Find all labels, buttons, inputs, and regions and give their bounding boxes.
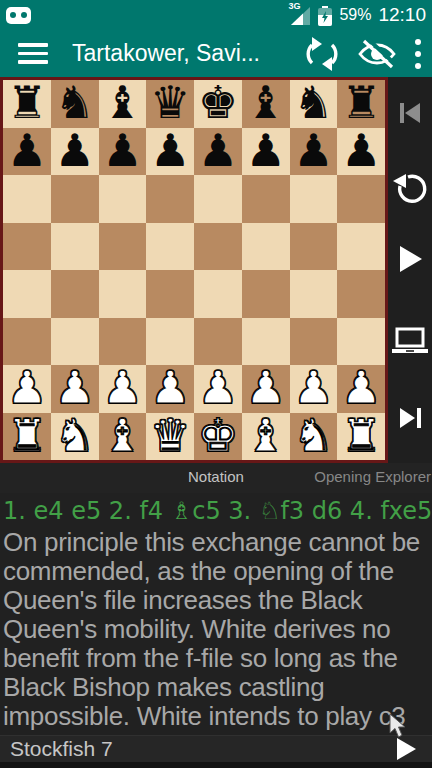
- square-e1[interactable]: ♚: [194, 413, 242, 461]
- skip-to-start-button[interactable]: [388, 99, 432, 127]
- skip-to-end-button[interactable]: [388, 404, 432, 432]
- undo-move-button[interactable]: [388, 169, 432, 209]
- square-h6[interactable]: [337, 175, 385, 223]
- square-a7[interactable]: ♟: [3, 128, 51, 176]
- network-type-label: 3G: [288, 1, 300, 11]
- piece-black-bishop: ♝: [102, 80, 142, 125]
- screen-bottom-strip: [0, 762, 432, 768]
- battery-icon: [318, 6, 332, 26]
- square-h2[interactable]: ♟: [337, 365, 385, 413]
- piece-black-bishop: ♝: [245, 80, 285, 125]
- square-c5[interactable]: [99, 223, 147, 271]
- piece-white-pawn: ♟: [245, 365, 285, 410]
- square-b5[interactable]: [51, 223, 99, 271]
- square-b3[interactable]: [51, 318, 99, 366]
- square-a4[interactable]: [3, 270, 51, 318]
- square-h8[interactable]: ♜: [337, 80, 385, 128]
- square-f5[interactable]: [242, 223, 290, 271]
- square-e2[interactable]: ♟: [194, 365, 242, 413]
- piece-white-bishop: ♝: [245, 413, 285, 458]
- square-b2[interactable]: ♟: [51, 365, 99, 413]
- square-d8[interactable]: ♛: [146, 80, 194, 128]
- piece-white-pawn: ♟: [150, 365, 190, 410]
- square-g3[interactable]: [290, 318, 338, 366]
- square-e6[interactable]: [194, 175, 242, 223]
- square-e8[interactable]: ♚: [194, 80, 242, 128]
- piece-black-pawn: ♟: [245, 128, 285, 173]
- piece-white-bishop: ♝: [102, 413, 142, 458]
- square-g1[interactable]: ♞: [290, 413, 338, 461]
- engine-bar: Stockfish 7: [0, 735, 432, 762]
- hide-pieces-eye-icon[interactable]: [357, 37, 397, 71]
- square-d5[interactable]: [146, 223, 194, 271]
- square-a8[interactable]: ♜: [3, 80, 51, 128]
- piece-black-rook: ♜: [7, 80, 47, 125]
- square-d1[interactable]: ♛: [146, 413, 194, 461]
- square-b4[interactable]: [51, 270, 99, 318]
- square-b8[interactable]: ♞: [51, 80, 99, 128]
- square-g8[interactable]: ♞: [290, 80, 338, 128]
- piece-white-pawn: ♟: [293, 365, 333, 410]
- square-h5[interactable]: [337, 223, 385, 271]
- piece-black-knight: ♞: [293, 80, 333, 125]
- piece-black-king: ♚: [198, 80, 238, 125]
- square-h3[interactable]: [337, 318, 385, 366]
- square-c1[interactable]: ♝: [99, 413, 147, 461]
- piece-white-rook: ♜: [341, 413, 381, 458]
- piece-black-queen: ♛: [150, 80, 190, 125]
- app-bar: Tartakower, Savi...: [0, 30, 432, 77]
- square-a3[interactable]: [3, 318, 51, 366]
- cyanogenmod-robot-icon: [6, 7, 31, 24]
- square-a6[interactable]: [3, 175, 51, 223]
- piece-white-king: ♚: [198, 413, 238, 458]
- piece-white-knight: ♞: [54, 413, 94, 458]
- piece-black-pawn: ♟: [7, 128, 47, 173]
- play-forward-button[interactable]: [388, 244, 432, 274]
- piece-black-pawn: ♟: [150, 128, 190, 173]
- mouse-cursor: [389, 714, 409, 742]
- overflow-menu-icon[interactable]: [414, 37, 422, 71]
- piece-black-pawn: ♟: [102, 128, 142, 173]
- square-g2[interactable]: ♟: [290, 365, 338, 413]
- battery-percent: 59%: [339, 6, 371, 24]
- square-b7[interactable]: ♟: [51, 128, 99, 176]
- square-f1[interactable]: ♝: [242, 413, 290, 461]
- annotation-text: On principle this exchange cannot be com…: [3, 528, 429, 737]
- square-f7[interactable]: ♟: [242, 128, 290, 176]
- square-g7[interactable]: ♟: [290, 128, 338, 176]
- square-h7[interactable]: ♟: [337, 128, 385, 176]
- square-e5[interactable]: [194, 223, 242, 271]
- piece-white-pawn: ♟: [7, 365, 47, 410]
- square-d4[interactable]: [146, 270, 194, 318]
- square-c8[interactable]: ♝: [99, 80, 147, 128]
- square-c3[interactable]: [99, 318, 147, 366]
- square-d7[interactable]: ♟: [146, 128, 194, 176]
- square-h1[interactable]: ♜: [337, 413, 385, 461]
- square-c4[interactable]: [99, 270, 147, 318]
- hamburger-menu-icon[interactable]: [18, 43, 48, 64]
- square-f4[interactable]: [242, 270, 290, 318]
- chess-board[interactable]: ♜♞♝♛♚♝♞♜♟♟♟♟♟♟♟♟♟♟♟♟♟♟♟♟♜♞♝♛♚♝♞♜: [0, 77, 388, 463]
- square-g6[interactable]: [290, 175, 338, 223]
- piece-black-knight: ♞: [54, 80, 94, 125]
- page-title: Tartakower, Savi...: [72, 40, 260, 67]
- square-d3[interactable]: [146, 318, 194, 366]
- piece-white-pawn: ♟: [198, 365, 238, 410]
- square-b1[interactable]: ♞: [51, 413, 99, 461]
- piece-white-pawn: ♟: [102, 365, 142, 410]
- tab-bar: Notation Opening Explorer: [0, 463, 432, 493]
- square-d6[interactable]: [146, 175, 194, 223]
- piece-white-knight: ♞: [293, 413, 333, 458]
- piece-black-pawn: ♟: [54, 128, 94, 173]
- square-c6[interactable]: [99, 175, 147, 223]
- square-a5[interactable]: [3, 223, 51, 271]
- cell-signal-icon: 3G: [289, 4, 311, 26]
- tab-notation[interactable]: Notation: [188, 468, 244, 485]
- square-e7[interactable]: ♟: [194, 128, 242, 176]
- square-e3[interactable]: [194, 318, 242, 366]
- square-d2[interactable]: ♟: [146, 365, 194, 413]
- notation-panel: 1. e4 e5 2. f4 ♗c5 3. ♘f3 d6 4. fxe5 On …: [0, 493, 432, 737]
- square-b6[interactable]: [51, 175, 99, 223]
- square-f6[interactable]: [242, 175, 290, 223]
- square-h4[interactable]: [337, 270, 385, 318]
- piece-white-pawn: ♟: [341, 365, 381, 410]
- piece-white-queen: ♛: [150, 413, 190, 458]
- piece-black-pawn: ♟: [341, 128, 381, 173]
- tab-opening-explorer[interactable]: Opening Explorer: [314, 468, 431, 485]
- piece-white-pawn: ♟: [54, 365, 94, 410]
- clock: 12:10: [378, 4, 426, 26]
- square-c7[interactable]: ♟: [99, 128, 147, 176]
- move-list[interactable]: 1. e4 e5 2. f4 ♗c5 3. ♘f3 d6 4. fxe5: [3, 494, 429, 528]
- square-g4[interactable]: [290, 270, 338, 318]
- square-c2[interactable]: ♟: [99, 365, 147, 413]
- engine-name: Stockfish 7: [10, 737, 113, 761]
- square-g5[interactable]: [290, 223, 338, 271]
- square-f8[interactable]: ♝: [242, 80, 290, 128]
- square-f3[interactable]: [242, 318, 290, 366]
- flip-board-icon[interactable]: [304, 34, 340, 74]
- square-a1[interactable]: ♜: [3, 413, 51, 461]
- square-a2[interactable]: ♟: [3, 365, 51, 413]
- engine-computer-button[interactable]: [388, 327, 432, 355]
- piece-white-rook: ♜: [7, 413, 47, 458]
- control-rail: [388, 77, 432, 463]
- status-bar: 3G 59% 12:10: [0, 0, 432, 30]
- piece-black-pawn: ♟: [293, 128, 333, 173]
- piece-black-pawn: ♟: [198, 128, 238, 173]
- square-f2[interactable]: ♟: [242, 365, 290, 413]
- piece-black-rook: ♜: [341, 80, 381, 125]
- square-e4[interactable]: [194, 270, 242, 318]
